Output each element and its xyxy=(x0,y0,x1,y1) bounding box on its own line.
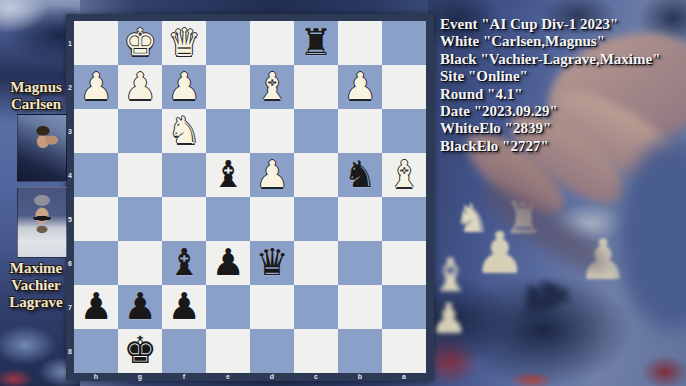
square-g2: ♟ xyxy=(118,65,162,109)
pgn-tags: Event "AI Cup Div-1 2023" White "Carlsen… xyxy=(440,16,686,155)
file-label-f: f xyxy=(162,373,206,381)
pgn-tag-round: Round "4.1" xyxy=(440,86,686,103)
white-player-name: Magnus Carlsen xyxy=(0,79,72,113)
square-f4 xyxy=(162,153,206,197)
chess-board: ♚♛♜♟♟♟♝♟♞♝♟♞♝♝♟♛♟♟♟♚ 12345678hgfedcba xyxy=(66,14,434,381)
white-player-photo xyxy=(17,114,67,182)
white-player-name-line: Carlsen xyxy=(0,96,72,113)
square-h5 xyxy=(74,197,118,241)
rank-label-5: 5 xyxy=(66,197,74,241)
pgn-tag-site: Site "Online" xyxy=(440,68,686,85)
square-h8 xyxy=(74,329,118,373)
square-a8 xyxy=(382,329,426,373)
piece-white-king: ♚ xyxy=(123,21,156,65)
square-e6: ♟ xyxy=(206,241,250,285)
piece-black-bishop: ♝ xyxy=(211,153,244,197)
file-label-e: e xyxy=(206,373,250,381)
rank-label-8: 8 xyxy=(66,329,74,373)
square-b1 xyxy=(338,21,382,65)
square-c7 xyxy=(294,285,338,329)
piece-black-pawn: ♟ xyxy=(211,241,244,285)
square-c3 xyxy=(294,109,338,153)
square-h3 xyxy=(74,109,118,153)
square-e2 xyxy=(206,65,250,109)
square-d2: ♝ xyxy=(250,65,294,109)
board-grid: ♚♛♜♟♟♟♝♟♞♝♟♞♝♝♟♛♟♟♟♚ xyxy=(74,21,426,373)
piece-black-knight: ♞ xyxy=(343,153,376,197)
square-c1: ♜ xyxy=(294,21,338,65)
piece-white-bishop: ♝ xyxy=(255,65,288,109)
piece-black-pawn: ♟ xyxy=(79,285,112,329)
bg-bishop-icon: ♝ xyxy=(430,252,471,298)
square-g4 xyxy=(118,153,162,197)
black-player-name-line: Maxime xyxy=(0,260,72,277)
square-g7: ♟ xyxy=(118,285,162,329)
thumbnail-canvas: ♝ ♟ ♞ ♜ ♟ ♟ ♞ ♚♛♜♟♟♟♝♟♞♝♟♞♝♝♟♛♟♟♟♚ 12345… xyxy=(0,0,686,386)
square-f1: ♛ xyxy=(162,21,206,65)
square-e4: ♝ xyxy=(206,153,250,197)
piece-white-pawn: ♟ xyxy=(167,65,200,109)
piece-white-bishop: ♝ xyxy=(387,153,420,197)
square-b3 xyxy=(338,109,382,153)
square-g5 xyxy=(118,197,162,241)
square-f3: ♞ xyxy=(162,109,206,153)
square-c4 xyxy=(294,153,338,197)
square-b8 xyxy=(338,329,382,373)
square-c2 xyxy=(294,65,338,109)
square-d1 xyxy=(250,21,294,65)
square-g1: ♚ xyxy=(118,21,162,65)
square-f7: ♟ xyxy=(162,285,206,329)
file-label-a: a xyxy=(382,373,426,381)
square-b4: ♞ xyxy=(338,153,382,197)
square-h1 xyxy=(74,21,118,65)
square-a4: ♝ xyxy=(382,153,426,197)
square-g3 xyxy=(118,109,162,153)
black-player-name: Maxime Vachier Lagrave xyxy=(0,260,72,311)
square-g6 xyxy=(118,241,162,285)
piece-black-rook: ♜ xyxy=(299,21,332,65)
square-e5 xyxy=(206,197,250,241)
square-e7 xyxy=(206,285,250,329)
square-a5 xyxy=(382,197,426,241)
piece-white-pawn: ♟ xyxy=(79,65,112,109)
piece-white-pawn: ♟ xyxy=(343,65,376,109)
square-d5 xyxy=(250,197,294,241)
file-label-d: d xyxy=(250,373,294,381)
square-c6 xyxy=(294,241,338,285)
rank-label-1: 1 xyxy=(66,21,74,65)
square-f8 xyxy=(162,329,206,373)
pgn-tag-blackelo: BlackElo "2727" xyxy=(440,138,686,155)
square-d7 xyxy=(250,285,294,329)
square-h6 xyxy=(74,241,118,285)
square-h4 xyxy=(74,153,118,197)
piece-black-bishop: ♝ xyxy=(167,241,200,285)
file-label-c: c xyxy=(294,373,338,381)
file-label-b: b xyxy=(338,373,382,381)
square-a6 xyxy=(382,241,426,285)
pgn-tag-black: Black "Vachier-Lagrave,Maxime" xyxy=(440,51,686,68)
piece-black-queen: ♛ xyxy=(255,241,288,285)
piece-white-knight: ♞ xyxy=(167,109,200,153)
square-e3 xyxy=(206,109,250,153)
pgn-tag-white: White "Carlsen,Magnus" xyxy=(440,33,686,50)
white-player-name-line: Magnus xyxy=(0,79,72,96)
piece-black-king: ♚ xyxy=(123,329,156,373)
square-b2: ♟ xyxy=(338,65,382,109)
piece-black-pawn: ♟ xyxy=(167,285,200,329)
square-f6: ♝ xyxy=(162,241,206,285)
square-c8 xyxy=(294,329,338,373)
square-d6: ♛ xyxy=(250,241,294,285)
square-c5 xyxy=(294,197,338,241)
bg-fallen-knight-icon: ♞ xyxy=(514,269,581,330)
square-b7 xyxy=(338,285,382,329)
square-d8 xyxy=(250,329,294,373)
square-b5 xyxy=(338,197,382,241)
square-f2: ♟ xyxy=(162,65,206,109)
piece-white-pawn: ♟ xyxy=(255,153,288,197)
square-h7: ♟ xyxy=(74,285,118,329)
file-label-g: g xyxy=(118,373,162,381)
black-player-name-line: Lagrave xyxy=(0,294,72,311)
square-d3 xyxy=(250,109,294,153)
pgn-tag-event: Event "AI Cup Div-1 2023" xyxy=(440,16,686,33)
square-b6 xyxy=(338,241,382,285)
pgn-tag-date: Date "2023.09.29" xyxy=(440,103,686,120)
square-a3 xyxy=(382,109,426,153)
file-label-h: h xyxy=(74,373,118,381)
black-player-photo xyxy=(17,187,67,258)
square-e8 xyxy=(206,329,250,373)
rank-label-4: 4 xyxy=(66,153,74,197)
square-g8: ♚ xyxy=(118,329,162,373)
black-player-name-line: Vachier xyxy=(0,277,72,294)
bg-pawn-icon: ♟ xyxy=(430,298,468,340)
piece-white-pawn: ♟ xyxy=(123,65,156,109)
square-e1 xyxy=(206,21,250,65)
piece-white-queen: ♛ xyxy=(167,21,200,65)
piece-black-pawn: ♟ xyxy=(123,285,156,329)
square-a1 xyxy=(382,21,426,65)
square-d4: ♟ xyxy=(250,153,294,197)
rank-label-3: 3 xyxy=(66,109,74,153)
square-a2 xyxy=(382,65,426,109)
pgn-tag-whiteelo: WhiteElo "2839" xyxy=(440,120,686,137)
square-a7 xyxy=(382,285,426,329)
square-f5 xyxy=(162,197,206,241)
square-h2: ♟ xyxy=(74,65,118,109)
